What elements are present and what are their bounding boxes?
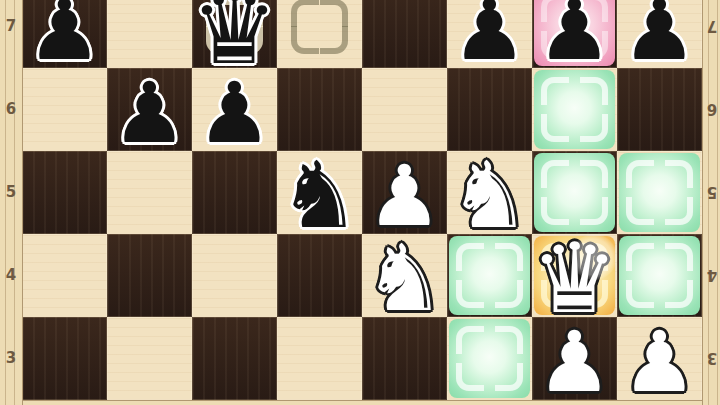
move-target-overlay bbox=[534, 70, 615, 149]
selection-halo bbox=[571, 234, 617, 280]
corner-bracket bbox=[626, 280, 654, 308]
move-target-overlay bbox=[534, 153, 615, 232]
square-b7[interactable] bbox=[107, 0, 192, 68]
black-pawn-f7[interactable]: ♟ bbox=[447, 0, 532, 71]
corner-bracket bbox=[580, 77, 608, 105]
square-a3[interactable] bbox=[22, 317, 107, 400]
square-c7[interactable]: ♛ bbox=[192, 0, 277, 68]
square-d3[interactable] bbox=[277, 317, 362, 400]
white-knight-e4[interactable]: ♞ bbox=[362, 237, 447, 320]
corner-bracket bbox=[320, 0, 348, 27]
square-f5[interactable]: ♞ bbox=[447, 151, 532, 234]
corner-bracket bbox=[456, 280, 484, 308]
corner-bracket bbox=[495, 280, 523, 308]
square-f7[interactable]: ♟ bbox=[447, 0, 532, 68]
corner-bracket bbox=[626, 197, 654, 225]
black-knight-d5[interactable]: ♞ bbox=[277, 154, 362, 237]
corner-bracket bbox=[495, 363, 523, 391]
white-knight-f5[interactable]: ♞ bbox=[447, 154, 532, 237]
board-frame-bottom-edge bbox=[22, 400, 702, 405]
black-queen-c7[interactable]: ♛ bbox=[192, 0, 277, 71]
square-b4[interactable] bbox=[107, 234, 192, 317]
rank-label-left-7: 7 bbox=[0, 16, 22, 36]
black-pawn-g7[interactable]: ♟ bbox=[532, 0, 617, 71]
square-b6[interactable]: ♟ bbox=[107, 68, 192, 151]
square-a4[interactable] bbox=[22, 234, 107, 317]
black-pawn-c6[interactable]: ♟ bbox=[192, 71, 277, 154]
square-e4[interactable]: ♞ bbox=[362, 234, 447, 317]
square-a7[interactable]: ♟ bbox=[22, 0, 107, 68]
move-target-overlay bbox=[449, 319, 530, 398]
square-e6[interactable] bbox=[362, 68, 447, 151]
corner-bracket bbox=[495, 326, 523, 354]
corner-bracket bbox=[456, 363, 484, 391]
corner-bracket bbox=[665, 280, 693, 308]
black-pawn-h7[interactable]: ♟ bbox=[617, 0, 702, 71]
rank-label-right-6: 6 bbox=[703, 99, 720, 119]
rank-label-left-3: 3 bbox=[0, 348, 22, 368]
corner-bracket bbox=[291, 0, 319, 27]
corner-bracket bbox=[580, 160, 608, 188]
corner-bracket bbox=[580, 114, 608, 142]
rank-label-right-7: 7 bbox=[703, 16, 720, 36]
move-target-overlay bbox=[619, 236, 700, 315]
square-f3[interactable] bbox=[447, 317, 532, 400]
rank-label-right-4: 4 bbox=[703, 265, 720, 285]
square-c3[interactable] bbox=[192, 317, 277, 400]
square-f6[interactable] bbox=[447, 68, 532, 151]
corner-bracket bbox=[456, 326, 484, 354]
rank-label-right-3: 3 bbox=[703, 348, 720, 368]
chess-board-frame: ♟♛♟♟♟♟♟♞♟♞♞♛♟♟ 76543 76543 bbox=[0, 0, 720, 405]
rank-label-left-4: 4 bbox=[0, 265, 22, 285]
square-h5[interactable] bbox=[617, 151, 702, 234]
rank-label-left-5: 5 bbox=[0, 182, 22, 202]
square-g3[interactable]: ♟ bbox=[532, 317, 617, 400]
square-b3[interactable] bbox=[107, 317, 192, 400]
black-pawn-b6[interactable]: ♟ bbox=[107, 71, 192, 154]
white-pawn-h3[interactable]: ♟ bbox=[617, 320, 702, 403]
board-frame-left-rank-labels: 76543 bbox=[0, 0, 23, 405]
rank-label-left-6: 6 bbox=[0, 99, 22, 119]
corner-bracket bbox=[626, 160, 654, 188]
square-a5[interactable] bbox=[22, 151, 107, 234]
corner-bracket bbox=[541, 114, 569, 142]
corner-bracket bbox=[541, 160, 569, 188]
square-h6[interactable] bbox=[617, 68, 702, 151]
square-h7[interactable]: ♟ bbox=[617, 0, 702, 68]
square-a6[interactable] bbox=[22, 68, 107, 151]
square-c6[interactable]: ♟ bbox=[192, 68, 277, 151]
corner-bracket bbox=[626, 243, 654, 271]
square-d7[interactable] bbox=[277, 0, 362, 68]
black-pawn-a7[interactable]: ♟ bbox=[22, 0, 107, 71]
square-g4[interactable]: ♛ bbox=[532, 234, 617, 317]
square-e5[interactable]: ♟ bbox=[362, 151, 447, 234]
chess-board: ♟♛♟♟♟♟♟♞♟♞♞♛♟♟ bbox=[22, 0, 702, 400]
square-d5[interactable]: ♞ bbox=[277, 151, 362, 234]
corner-bracket bbox=[665, 197, 693, 225]
square-e7[interactable] bbox=[362, 0, 447, 68]
corner-bracket bbox=[580, 197, 608, 225]
corner-bracket bbox=[541, 197, 569, 225]
board-frame-right-rank-labels: 76543 bbox=[702, 0, 720, 405]
square-g7[interactable]: ♟ bbox=[532, 0, 617, 68]
square-c4[interactable] bbox=[192, 234, 277, 317]
corner-bracket bbox=[320, 26, 348, 54]
square-b5[interactable] bbox=[107, 151, 192, 234]
corner-bracket bbox=[665, 160, 693, 188]
square-d6[interactable] bbox=[277, 68, 362, 151]
corner-bracket bbox=[291, 26, 319, 54]
corner-bracket bbox=[541, 77, 569, 105]
square-c5[interactable] bbox=[192, 151, 277, 234]
square-h4[interactable] bbox=[617, 234, 702, 317]
square-g6[interactable] bbox=[532, 68, 617, 151]
rank-label-right-5: 5 bbox=[703, 182, 720, 202]
square-h3[interactable]: ♟ bbox=[617, 317, 702, 400]
corner-bracket bbox=[665, 243, 693, 271]
last-move-reticle bbox=[279, 0, 360, 66]
move-target-overlay bbox=[619, 153, 700, 232]
white-pawn-g3[interactable]: ♟ bbox=[532, 320, 617, 403]
